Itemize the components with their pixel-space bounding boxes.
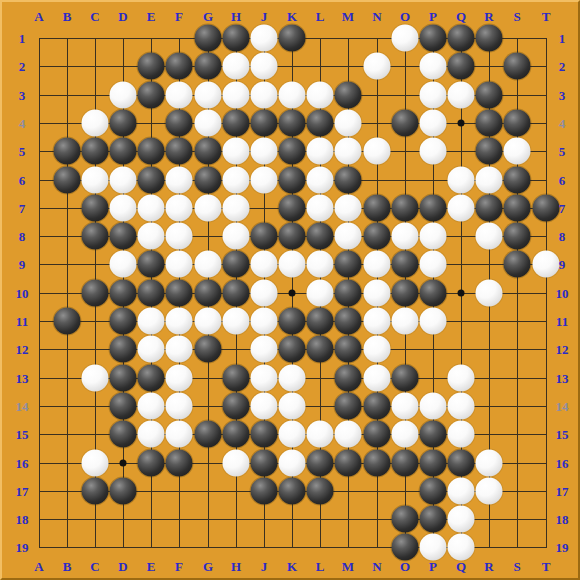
column-label-top: M	[342, 10, 354, 23]
black-stone[interactable]	[504, 110, 531, 137]
black-stone[interactable]	[251, 110, 278, 137]
column-label-top: Q	[456, 10, 466, 23]
white-stone[interactable]	[251, 138, 278, 165]
row-label-left: 6	[19, 174, 26, 187]
row-label-left: 17	[16, 485, 29, 498]
black-stone[interactable]	[279, 308, 306, 335]
column-label-top: S	[513, 10, 520, 23]
white-stone[interactable]	[223, 53, 250, 80]
white-stone[interactable]	[279, 393, 306, 420]
black-stone[interactable]	[335, 450, 362, 477]
black-stone[interactable]	[138, 251, 165, 278]
black-stone[interactable]	[251, 450, 278, 477]
column-label-bottom: O	[400, 560, 410, 573]
white-stone[interactable]	[307, 251, 334, 278]
white-stone[interactable]	[223, 138, 250, 165]
row-label-right: 16	[556, 457, 569, 470]
black-stone[interactable]	[307, 110, 334, 137]
black-stone[interactable]	[420, 506, 447, 533]
white-stone[interactable]	[223, 223, 250, 250]
black-stone[interactable]	[223, 280, 250, 307]
black-stone[interactable]	[364, 195, 391, 222]
white-stone[interactable]	[138, 223, 165, 250]
white-stone[interactable]	[138, 308, 165, 335]
black-stone[interactable]	[420, 450, 447, 477]
black-stone[interactable]	[307, 336, 334, 363]
black-stone[interactable]	[195, 53, 222, 80]
black-stone[interactable]	[54, 308, 81, 335]
white-stone[interactable]	[448, 365, 475, 392]
black-stone[interactable]	[448, 25, 475, 52]
white-stone[interactable]	[251, 365, 278, 392]
column-label-bottom: C	[90, 560, 99, 573]
black-stone[interactable]	[335, 82, 362, 109]
black-stone[interactable]	[110, 336, 137, 363]
white-stone[interactable]	[335, 110, 362, 137]
column-label-top: J	[261, 10, 268, 23]
black-stone[interactable]	[138, 138, 165, 165]
black-stone[interactable]	[392, 251, 419, 278]
column-label-top: N	[372, 10, 381, 23]
column-label-top: A	[34, 10, 43, 23]
white-stone[interactable]	[251, 167, 278, 194]
white-stone[interactable]	[251, 25, 278, 52]
column-label-bottom: J	[261, 560, 268, 573]
black-stone[interactable]	[504, 223, 531, 250]
black-stone[interactable]	[420, 421, 447, 448]
white-stone[interactable]	[504, 138, 531, 165]
white-stone[interactable]	[448, 478, 475, 505]
black-stone[interactable]	[392, 280, 419, 307]
black-stone[interactable]	[279, 478, 306, 505]
white-stone[interactable]	[307, 421, 334, 448]
black-stone[interactable]	[307, 308, 334, 335]
hoshi-point	[289, 290, 296, 297]
white-stone[interactable]	[448, 195, 475, 222]
black-stone[interactable]	[392, 195, 419, 222]
row-label-left: 19	[16, 541, 29, 554]
black-stone[interactable]	[195, 25, 222, 52]
white-stone[interactable]	[82, 450, 109, 477]
column-label-bottom: L	[316, 560, 325, 573]
black-stone[interactable]	[223, 393, 250, 420]
white-stone[interactable]	[223, 195, 250, 222]
black-stone[interactable]	[335, 365, 362, 392]
black-stone[interactable]	[279, 25, 306, 52]
black-stone[interactable]	[335, 393, 362, 420]
black-stone[interactable]	[110, 280, 137, 307]
black-stone[interactable]	[420, 478, 447, 505]
white-stone[interactable]	[420, 393, 447, 420]
row-label-left: 16	[16, 457, 29, 470]
white-stone[interactable]	[166, 308, 193, 335]
row-label-right: 11	[556, 315, 568, 328]
black-stone[interactable]	[476, 82, 503, 109]
black-stone[interactable]	[476, 25, 503, 52]
black-stone[interactable]	[279, 195, 306, 222]
column-label-top: O	[400, 10, 410, 23]
white-stone[interactable]	[138, 421, 165, 448]
black-stone[interactable]	[110, 393, 137, 420]
white-stone[interactable]	[223, 308, 250, 335]
white-stone[interactable]	[364, 336, 391, 363]
black-stone[interactable]	[110, 110, 137, 137]
row-label-left: 12	[16, 343, 29, 356]
white-stone[interactable]	[335, 421, 362, 448]
black-stone[interactable]	[166, 110, 193, 137]
row-label-left: 9	[19, 258, 26, 271]
column-label-bottom: E	[147, 560, 156, 573]
black-stone[interactable]	[223, 110, 250, 137]
white-stone[interactable]	[166, 336, 193, 363]
white-stone[interactable]	[335, 223, 362, 250]
white-stone[interactable]	[364, 251, 391, 278]
white-stone[interactable]	[392, 223, 419, 250]
black-stone[interactable]	[420, 195, 447, 222]
white-stone[interactable]	[364, 138, 391, 165]
row-label-left: 10	[16, 287, 29, 300]
black-stone[interactable]	[195, 167, 222, 194]
white-stone[interactable]	[223, 450, 250, 477]
black-stone[interactable]	[223, 25, 250, 52]
black-stone[interactable]	[110, 421, 137, 448]
white-stone[interactable]	[392, 421, 419, 448]
column-label-bottom: Q	[456, 560, 466, 573]
row-label-right: 13	[556, 372, 569, 385]
column-label-bottom: F	[175, 560, 183, 573]
column-label-top: L	[316, 10, 325, 23]
row-label-right: 12	[556, 343, 569, 356]
white-stone[interactable]	[279, 450, 306, 477]
row-label-right: 15	[556, 428, 569, 441]
column-label-top: P	[429, 10, 437, 23]
row-label-right: 10	[556, 287, 569, 300]
white-stone[interactable]	[166, 223, 193, 250]
column-label-top: R	[484, 10, 493, 23]
white-stone[interactable]	[420, 53, 447, 80]
white-stone[interactable]	[448, 82, 475, 109]
black-stone[interactable]	[420, 25, 447, 52]
white-stone[interactable]	[392, 25, 419, 52]
black-stone[interactable]	[364, 450, 391, 477]
black-stone[interactable]	[504, 53, 531, 80]
black-stone[interactable]	[195, 336, 222, 363]
white-stone[interactable]	[476, 450, 503, 477]
black-stone[interactable]	[110, 365, 137, 392]
column-label-bottom: P	[429, 560, 437, 573]
white-stone[interactable]	[448, 506, 475, 533]
column-label-bottom: A	[34, 560, 43, 573]
black-stone[interactable]	[195, 280, 222, 307]
white-stone[interactable]	[82, 167, 109, 194]
column-label-top: G	[203, 10, 213, 23]
white-stone[interactable]	[533, 251, 560, 278]
black-stone[interactable]	[138, 167, 165, 194]
black-stone[interactable]	[82, 478, 109, 505]
black-stone[interactable]	[279, 223, 306, 250]
white-stone[interactable]	[364, 365, 391, 392]
white-stone[interactable]	[307, 195, 334, 222]
black-stone[interactable]	[392, 506, 419, 533]
white-stone[interactable]	[307, 138, 334, 165]
white-stone[interactable]	[138, 195, 165, 222]
row-label-right: 6	[559, 174, 566, 187]
row-label-left: 7	[19, 202, 26, 215]
column-label-top: E	[147, 10, 156, 23]
white-stone[interactable]	[251, 251, 278, 278]
black-stone[interactable]	[364, 223, 391, 250]
white-stone[interactable]	[420, 308, 447, 335]
black-stone[interactable]	[279, 336, 306, 363]
black-stone[interactable]	[195, 421, 222, 448]
column-label-bottom: N	[372, 560, 381, 573]
row-label-right: 17	[556, 485, 569, 498]
white-stone[interactable]	[251, 53, 278, 80]
hoshi-point	[120, 460, 127, 467]
row-label-right: 7	[559, 202, 566, 215]
black-stone[interactable]	[364, 421, 391, 448]
white-stone[interactable]	[335, 195, 362, 222]
hoshi-point	[458, 290, 465, 297]
black-stone[interactable]	[504, 195, 531, 222]
black-stone[interactable]	[82, 138, 109, 165]
black-stone[interactable]	[476, 138, 503, 165]
white-stone[interactable]	[251, 280, 278, 307]
black-stone[interactable]	[279, 167, 306, 194]
row-label-left: 11	[16, 315, 28, 328]
white-stone[interactable]	[166, 251, 193, 278]
column-label-bottom: G	[203, 560, 213, 573]
row-label-left: 2	[19, 60, 26, 73]
black-stone[interactable]	[279, 110, 306, 137]
column-label-bottom: S	[513, 560, 520, 573]
black-stone[interactable]	[307, 450, 334, 477]
column-label-bottom: R	[484, 560, 493, 573]
row-label-right: 5	[559, 145, 566, 158]
black-stone[interactable]	[82, 223, 109, 250]
black-stone[interactable]	[533, 195, 560, 222]
black-stone[interactable]	[392, 450, 419, 477]
column-label-bottom: K	[287, 560, 297, 573]
white-stone[interactable]	[110, 195, 137, 222]
column-label-bottom: M	[342, 560, 354, 573]
row-label-left: 14	[16, 400, 29, 413]
black-stone[interactable]	[166, 53, 193, 80]
white-stone[interactable]	[364, 53, 391, 80]
white-stone[interactable]	[307, 280, 334, 307]
black-stone[interactable]	[335, 280, 362, 307]
black-stone[interactable]	[307, 478, 334, 505]
white-stone[interactable]	[195, 195, 222, 222]
white-stone[interactable]	[195, 308, 222, 335]
white-stone[interactable]	[138, 393, 165, 420]
row-label-right: 19	[556, 541, 569, 554]
row-label-right: 3	[559, 89, 566, 102]
white-stone[interactable]	[476, 280, 503, 307]
black-stone[interactable]	[110, 223, 137, 250]
black-stone[interactable]	[504, 251, 531, 278]
black-stone[interactable]	[335, 167, 362, 194]
white-stone[interactable]	[476, 478, 503, 505]
black-stone[interactable]	[335, 336, 362, 363]
black-stone[interactable]	[54, 167, 81, 194]
black-stone[interactable]	[251, 223, 278, 250]
column-label-top: H	[231, 10, 241, 23]
white-stone[interactable]	[251, 308, 278, 335]
black-stone[interactable]	[223, 365, 250, 392]
black-stone[interactable]	[335, 251, 362, 278]
row-label-left: 8	[19, 230, 26, 243]
grid-line-vertical	[546, 38, 547, 548]
white-stone[interactable]	[392, 308, 419, 335]
white-stone[interactable]	[195, 110, 222, 137]
white-stone[interactable]	[364, 280, 391, 307]
white-stone[interactable]	[364, 308, 391, 335]
column-label-bottom: H	[231, 560, 241, 573]
white-stone[interactable]	[223, 82, 250, 109]
white-stone[interactable]	[420, 251, 447, 278]
black-stone[interactable]	[223, 251, 250, 278]
row-label-left: 13	[16, 372, 29, 385]
black-stone[interactable]	[138, 280, 165, 307]
row-label-right: 8	[559, 230, 566, 243]
white-stone[interactable]	[251, 82, 278, 109]
black-stone[interactable]	[166, 450, 193, 477]
white-stone[interactable]	[223, 167, 250, 194]
black-stone[interactable]	[476, 110, 503, 137]
black-stone[interactable]	[392, 534, 419, 561]
white-stone[interactable]	[195, 251, 222, 278]
white-stone[interactable]	[82, 110, 109, 137]
black-stone[interactable]	[166, 138, 193, 165]
white-stone[interactable]	[448, 421, 475, 448]
column-label-top: F	[175, 10, 183, 23]
white-stone[interactable]	[420, 534, 447, 561]
white-stone[interactable]	[448, 167, 475, 194]
black-stone[interactable]	[476, 195, 503, 222]
white-stone[interactable]	[279, 365, 306, 392]
black-stone[interactable]	[166, 280, 193, 307]
white-stone[interactable]	[420, 223, 447, 250]
black-stone[interactable]	[138, 365, 165, 392]
column-label-top: D	[118, 10, 127, 23]
white-stone[interactable]	[110, 82, 137, 109]
row-label-right: 18	[556, 513, 569, 526]
black-stone[interactable]	[138, 53, 165, 80]
column-label-bottom: D	[118, 560, 127, 573]
white-stone[interactable]	[166, 167, 193, 194]
white-stone[interactable]	[420, 110, 447, 137]
white-stone[interactable]	[166, 82, 193, 109]
white-stone[interactable]	[166, 421, 193, 448]
black-stone[interactable]	[448, 53, 475, 80]
black-stone[interactable]	[307, 223, 334, 250]
row-label-right: 9	[559, 258, 566, 271]
go-board[interactable]: AABBCCDDEEFFGGHHJJKKLLMMNNOOPPQQRRSSTT11…	[0, 0, 580, 580]
column-label-top: C	[90, 10, 99, 23]
row-label-right: 14	[556, 400, 569, 413]
white-stone[interactable]	[420, 82, 447, 109]
black-stone[interactable]	[54, 138, 81, 165]
white-stone[interactable]	[166, 393, 193, 420]
white-stone[interactable]	[279, 421, 306, 448]
black-stone[interactable]	[223, 421, 250, 448]
white-stone[interactable]	[476, 223, 503, 250]
black-stone[interactable]	[110, 478, 137, 505]
white-stone[interactable]	[110, 167, 137, 194]
black-stone[interactable]	[279, 138, 306, 165]
black-stone[interactable]	[420, 280, 447, 307]
black-stone[interactable]	[110, 308, 137, 335]
black-stone[interactable]	[251, 478, 278, 505]
white-stone[interactable]	[307, 167, 334, 194]
black-stone[interactable]	[138, 450, 165, 477]
white-stone[interactable]	[251, 336, 278, 363]
white-stone[interactable]	[279, 82, 306, 109]
black-stone[interactable]	[448, 450, 475, 477]
column-label-top: K	[287, 10, 297, 23]
hoshi-point	[458, 120, 465, 127]
white-stone[interactable]	[138, 336, 165, 363]
black-stone[interactable]	[364, 393, 391, 420]
white-stone[interactable]	[307, 82, 334, 109]
white-stone[interactable]	[392, 393, 419, 420]
black-stone[interactable]	[110, 138, 137, 165]
row-label-right: 2	[559, 60, 566, 73]
black-stone[interactable]	[392, 110, 419, 137]
white-stone[interactable]	[420, 138, 447, 165]
black-stone[interactable]	[195, 138, 222, 165]
white-stone[interactable]	[110, 251, 137, 278]
row-label-left: 4	[19, 117, 26, 130]
column-label-bottom: B	[63, 560, 72, 573]
row-label-left: 15	[16, 428, 29, 441]
white-stone[interactable]	[335, 138, 362, 165]
column-label-top: T	[542, 10, 551, 23]
white-stone[interactable]	[279, 251, 306, 278]
black-stone[interactable]	[335, 308, 362, 335]
white-stone[interactable]	[448, 393, 475, 420]
black-stone[interactable]	[82, 280, 109, 307]
white-stone[interactable]	[448, 534, 475, 561]
black-stone[interactable]	[504, 167, 531, 194]
black-stone[interactable]	[392, 365, 419, 392]
row-label-left: 5	[19, 145, 26, 158]
white-stone[interactable]	[82, 365, 109, 392]
white-stone[interactable]	[166, 195, 193, 222]
column-label-top: B	[63, 10, 72, 23]
column-label-bottom: T	[542, 560, 551, 573]
white-stone[interactable]	[251, 393, 278, 420]
white-stone[interactable]	[476, 167, 503, 194]
black-stone[interactable]	[82, 195, 109, 222]
white-stone[interactable]	[166, 365, 193, 392]
white-stone[interactable]	[195, 82, 222, 109]
black-stone[interactable]	[138, 82, 165, 109]
row-label-left: 3	[19, 89, 26, 102]
row-label-right: 1	[559, 32, 566, 45]
row-label-right: 4	[559, 117, 566, 130]
row-label-left: 18	[16, 513, 29, 526]
row-label-left: 1	[19, 32, 26, 45]
black-stone[interactable]	[251, 421, 278, 448]
